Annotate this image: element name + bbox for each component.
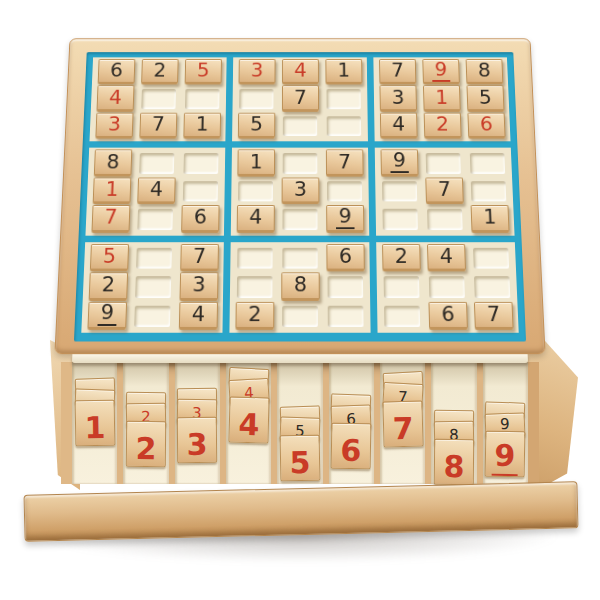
tile-digit: 9 xyxy=(432,61,451,82)
cell-r7c3[interactable]: 7 xyxy=(178,246,220,271)
tile-digit: 8 xyxy=(443,449,464,484)
tile-stack-8: 88 xyxy=(434,410,474,485)
cell-r7c7[interactable]: 2 xyxy=(380,246,422,271)
tile-digit: 4 xyxy=(392,115,405,134)
cell-r6c1[interactable]: 7 xyxy=(90,207,132,232)
tile-2[interactable]: 2 xyxy=(235,301,274,329)
tile-2[interactable]: 2 xyxy=(141,59,179,85)
tile-5[interactable]: 5 xyxy=(467,86,505,112)
tile-digit: 1 xyxy=(337,62,350,80)
cell-recess xyxy=(470,153,505,173)
tile-digit: 2 xyxy=(101,275,115,295)
tile-1[interactable]: 1 xyxy=(93,177,132,204)
cell-r5c4[interactable] xyxy=(235,179,276,203)
tile-digit: 3 xyxy=(392,89,405,108)
cell-r3c7[interactable]: 4 xyxy=(378,114,419,138)
tile-digit: 5 xyxy=(289,445,310,480)
cell-r9c7[interactable] xyxy=(381,303,423,328)
tile-digit: 6 xyxy=(480,115,493,134)
tile-6[interactable]: 6 xyxy=(326,244,364,272)
cell-r8c7[interactable] xyxy=(381,274,423,299)
tile-digit: 9 xyxy=(336,207,355,229)
board-box-5: 17349 xyxy=(231,148,369,235)
cell-r8c5[interactable]: 8 xyxy=(279,274,320,299)
tile-stack-2: 22 xyxy=(126,392,166,467)
tile-digit: 7 xyxy=(438,180,451,199)
tile-4[interactable]: 4 xyxy=(282,59,319,85)
tile-digit: 1 xyxy=(196,115,209,134)
cell-r5c7[interactable] xyxy=(379,179,420,203)
tile-digit: 9 xyxy=(390,151,409,173)
tile-stack-3: 33 xyxy=(177,388,217,463)
cell-recess xyxy=(427,209,463,230)
tile-digit: 5 xyxy=(250,115,263,134)
tile-digit: 9 xyxy=(491,438,519,476)
tile-digit: 6 xyxy=(441,305,455,325)
cell-r9c2[interactable] xyxy=(131,303,173,328)
cell-recess xyxy=(382,181,417,202)
tile-digit: 6 xyxy=(194,208,207,227)
cell-r2c4[interactable] xyxy=(236,87,276,110)
tile-stack-6: 66 xyxy=(331,394,371,469)
cell-recess xyxy=(328,305,364,327)
cell-r1c5[interactable]: 4 xyxy=(280,61,320,84)
cell-r1c3[interactable]: 5 xyxy=(183,61,223,84)
spare-tile-front-6[interactable]: 6 xyxy=(331,423,372,470)
tile-4[interactable]: 4 xyxy=(96,86,134,112)
drawer-slot-8[interactable]: 88 xyxy=(431,362,476,484)
drawer-slot-1[interactable]: 1 xyxy=(72,362,117,484)
cell-r1c6[interactable]: 1 xyxy=(324,61,364,84)
cell-recess xyxy=(134,305,170,327)
cell-r5c8[interactable]: 7 xyxy=(423,179,464,203)
cell-recess xyxy=(328,276,364,297)
tile-stack-4: 44 xyxy=(229,368,269,443)
tile-2[interactable]: 2 xyxy=(89,272,128,300)
cell-r5c6[interactable] xyxy=(324,179,365,203)
cell-r2c7[interactable]: 3 xyxy=(378,87,418,110)
spare-tile-front-4[interactable]: 4 xyxy=(228,396,269,443)
tile-digit: 1 xyxy=(105,180,119,199)
drawer-slot-4[interactable]: 44 xyxy=(226,362,271,484)
tile-digit: 5 xyxy=(479,89,492,108)
cell-r3c8[interactable]: 2 xyxy=(422,114,463,138)
tile-9[interactable]: 9 xyxy=(422,59,460,85)
tile-digit: 2 xyxy=(153,62,166,80)
cell-r9c8[interactable]: 6 xyxy=(427,303,469,328)
cell-recess xyxy=(139,153,174,173)
tile-3[interactable]: 3 xyxy=(179,272,218,300)
drawer-slots: 12233445566778899 xyxy=(72,362,528,484)
tile-3[interactable]: 3 xyxy=(282,177,320,204)
cell-recess xyxy=(426,153,461,173)
tile-digit: 7 xyxy=(152,115,165,134)
cell-r9c9[interactable]: 7 xyxy=(472,303,515,328)
tile-drawer[interactable]: 12233445566778899 xyxy=(61,362,539,484)
tile-digit: 6 xyxy=(339,247,352,267)
drawer-slot-2[interactable]: 22 xyxy=(123,362,168,484)
cell-r8c8[interactable] xyxy=(426,274,468,299)
cell-r4c5[interactable] xyxy=(280,152,320,176)
cell-r3c6[interactable] xyxy=(324,114,364,138)
tile-1[interactable]: 1 xyxy=(183,113,221,139)
drawer-slot-3[interactable]: 33 xyxy=(175,362,220,484)
cell-r6c9[interactable]: 1 xyxy=(469,207,511,232)
cell-r7c1[interactable]: 5 xyxy=(88,246,130,271)
cell-r5c5[interactable]: 3 xyxy=(280,179,321,203)
cell-r2c6[interactable] xyxy=(324,87,364,110)
tile-7[interactable]: 7 xyxy=(474,301,514,329)
cell-recess xyxy=(282,305,318,327)
tile-3[interactable]: 3 xyxy=(95,113,133,139)
cell-r4c9[interactable] xyxy=(467,152,508,176)
cell-r6c8[interactable] xyxy=(424,207,466,232)
tile-digit: 1 xyxy=(250,153,263,172)
tile-5[interactable]: 5 xyxy=(185,59,222,85)
cell-recess xyxy=(183,181,218,202)
tile-digit: 7 xyxy=(104,208,118,227)
cell-recess xyxy=(282,209,317,230)
cell-r8c3[interactable]: 3 xyxy=(178,274,220,299)
cell-recess xyxy=(327,181,362,202)
tile-9[interactable]: 9 xyxy=(381,150,419,177)
tile-digit: 6 xyxy=(110,62,123,80)
tile-8[interactable]: 8 xyxy=(466,59,504,85)
cell-r2c9[interactable]: 5 xyxy=(465,87,506,110)
tile-5[interactable]: 5 xyxy=(238,113,275,139)
cell-r9c4[interactable]: 2 xyxy=(233,303,275,328)
cell-recess xyxy=(471,181,507,202)
tile-4[interactable]: 4 xyxy=(380,113,418,139)
tile-digit: 4 xyxy=(192,305,206,325)
tile-8[interactable]: 8 xyxy=(94,150,132,177)
cell-recess xyxy=(237,276,273,297)
cell-recess xyxy=(382,209,417,230)
cell-r7c4[interactable] xyxy=(234,246,275,271)
tile-digit: 2 xyxy=(395,247,408,267)
tile-7[interactable]: 7 xyxy=(379,59,416,85)
tile-digit: 2 xyxy=(436,115,449,134)
cell-recess xyxy=(384,305,420,327)
cell-r4c1[interactable]: 8 xyxy=(92,152,133,176)
cell-recess xyxy=(136,248,172,269)
tile-digit: 1 xyxy=(84,410,105,445)
cell-r3c2[interactable]: 7 xyxy=(137,114,178,138)
board-box-7: 572394 xyxy=(81,242,224,333)
board-box-2: 34175 xyxy=(232,57,368,141)
cell-r5c3[interactable] xyxy=(180,179,221,203)
cell-recess xyxy=(137,209,173,230)
cell-r2c5[interactable]: 7 xyxy=(280,87,320,110)
tile-6[interactable]: 6 xyxy=(428,301,467,329)
tile-7[interactable]: 7 xyxy=(91,205,130,232)
spare-tile-front-3[interactable]: 3 xyxy=(177,417,217,463)
cell-r9c1[interactable]: 9 xyxy=(85,303,128,328)
tile-3[interactable]: 3 xyxy=(239,59,276,85)
tile-digit: 4 xyxy=(109,89,122,108)
tile-digit: 8 xyxy=(478,62,491,80)
tile-7[interactable]: 7 xyxy=(425,177,463,204)
cell-recess xyxy=(237,248,272,269)
cell-recess xyxy=(384,276,420,297)
tile-digit: 7 xyxy=(487,305,501,325)
tile-digit: 7 xyxy=(193,247,206,267)
tile-3[interactable]: 3 xyxy=(379,86,417,112)
tile-5[interactable]: 5 xyxy=(90,244,129,272)
tile-digit: 2 xyxy=(135,431,156,466)
cell-r6c4[interactable]: 4 xyxy=(235,207,276,232)
cell-r5c1[interactable]: 1 xyxy=(91,179,133,203)
spare-tile-front-8[interactable]: 8 xyxy=(434,439,474,485)
cell-recess xyxy=(135,276,171,297)
board-front-rim xyxy=(72,354,528,363)
cell-r7c2[interactable] xyxy=(133,246,175,271)
tile-digit: 6 xyxy=(340,433,361,468)
tile-9[interactable]: 9 xyxy=(326,205,364,232)
spare-tile-front-1[interactable]: 1 xyxy=(74,400,115,447)
drawer-slot-6[interactable]: 66 xyxy=(329,362,374,484)
cell-r4c3[interactable] xyxy=(181,152,222,176)
cell-recess xyxy=(474,276,510,297)
cell-r8c6[interactable] xyxy=(325,274,367,299)
board-box-1: 6254371 xyxy=(89,57,226,141)
cell-r4c2[interactable] xyxy=(136,152,177,176)
cell-r6c2[interactable] xyxy=(134,207,176,232)
tile-1[interactable]: 1 xyxy=(325,59,362,85)
tile-7[interactable]: 7 xyxy=(282,86,319,112)
cell-recess xyxy=(238,181,273,202)
cell-recess xyxy=(141,89,176,109)
board-box-4: 81476 xyxy=(85,148,225,235)
tile-digit: 8 xyxy=(106,153,120,172)
tile-digit: 8 xyxy=(294,275,307,295)
tile-stack-5: 55 xyxy=(280,406,320,481)
cell-r2c2[interactable] xyxy=(138,87,179,110)
tile-digit: 4 xyxy=(440,247,454,267)
board-box-6: 971 xyxy=(375,148,515,235)
board-frame: 6254371341757983154268147617349971572394… xyxy=(54,38,545,354)
tile-2[interactable]: 2 xyxy=(382,244,421,272)
tile-digit: 3 xyxy=(108,115,121,134)
cell-r7c6[interactable]: 6 xyxy=(324,246,365,271)
tile-digit: 3 xyxy=(192,275,206,295)
cell-r4c7[interactable]: 9 xyxy=(379,152,420,176)
cell-r1c1[interactable]: 6 xyxy=(96,61,137,84)
cell-r5c9[interactable] xyxy=(468,179,510,203)
tile-4[interactable]: 4 xyxy=(427,244,466,272)
tile-7[interactable]: 7 xyxy=(139,113,177,139)
tile-digit: 4 xyxy=(294,62,307,80)
tile-digit: 3 xyxy=(187,427,208,462)
cell-r4c8[interactable] xyxy=(423,152,464,176)
cell-r5c2[interactable]: 4 xyxy=(135,179,176,203)
cell-r8c2[interactable] xyxy=(132,274,174,299)
tile-stack-1: 1 xyxy=(75,378,115,446)
cell-r1c9[interactable]: 8 xyxy=(464,61,505,84)
cell-recess xyxy=(327,89,361,109)
spare-tile-front-5[interactable]: 5 xyxy=(280,435,321,482)
cell-recess xyxy=(473,248,509,269)
tile-6[interactable]: 6 xyxy=(467,113,505,139)
tile-digit: 9 xyxy=(97,303,117,326)
tile-digit: 1 xyxy=(435,89,448,108)
cell-r7c5[interactable] xyxy=(279,246,320,271)
tile-digit: 5 xyxy=(197,62,210,80)
tile-digit: 3 xyxy=(251,62,264,80)
tile-digit: 2 xyxy=(248,305,261,325)
board: 6254371341757983154268147617349971572394… xyxy=(74,52,526,341)
tile-6[interactable]: 6 xyxy=(98,59,136,85)
tile-digit: 4 xyxy=(249,208,262,227)
tile-digit: 7 xyxy=(392,411,414,446)
drawer-slot-9[interactable]: 99 xyxy=(483,362,528,484)
cell-recess xyxy=(327,116,362,136)
cell-r7c9[interactable] xyxy=(470,246,512,271)
cell-r3c4[interactable]: 5 xyxy=(236,114,276,138)
cell-r7c8[interactable]: 4 xyxy=(425,246,467,271)
spare-tile-front-7[interactable]: 7 xyxy=(382,400,423,447)
tile-4[interactable]: 4 xyxy=(137,177,175,204)
spare-tile-front-2[interactable]: 2 xyxy=(126,421,166,467)
cell-recess xyxy=(429,276,465,297)
cell-recess xyxy=(283,153,318,173)
tile-9[interactable]: 9 xyxy=(87,301,127,329)
cell-r6c5[interactable] xyxy=(280,207,321,232)
cell-recess xyxy=(183,153,218,173)
cell-r3c5[interactable] xyxy=(280,114,320,138)
cell-r8c9[interactable] xyxy=(471,274,513,299)
cell-r3c9[interactable]: 6 xyxy=(466,114,507,138)
tile-digit: 7 xyxy=(391,62,404,80)
cell-r4c6[interactable]: 7 xyxy=(324,152,365,176)
cell-r1c4[interactable]: 3 xyxy=(237,61,277,84)
tile-2[interactable]: 2 xyxy=(424,113,462,139)
board-box-8: 682 xyxy=(229,242,370,333)
tile-1[interactable]: 1 xyxy=(237,150,275,177)
cell-r9c5[interactable] xyxy=(279,303,321,328)
cell-r1c7[interactable]: 7 xyxy=(377,61,417,84)
sudoku-board-assembly: 6254371341757983154268147617349971572394… xyxy=(54,38,546,363)
cell-r1c8[interactable]: 9 xyxy=(420,61,460,84)
cell-r2c8[interactable]: 1 xyxy=(421,87,462,110)
drawer-slot-5[interactable]: 55 xyxy=(277,362,322,484)
spare-tile-front-9[interactable]: 9 xyxy=(485,431,526,478)
tile-stack-7: 77 xyxy=(383,372,423,447)
tile-1[interactable]: 1 xyxy=(471,205,510,232)
board-box-3: 798315426 xyxy=(373,57,510,141)
cell-r8c4[interactable] xyxy=(234,274,276,299)
tile-1[interactable]: 1 xyxy=(423,86,461,112)
cell-r6c6[interactable]: 9 xyxy=(324,207,365,232)
tile-digit: 7 xyxy=(338,153,351,172)
tile-digit: 3 xyxy=(294,180,307,199)
tile-8[interactable]: 8 xyxy=(281,272,320,300)
drawer-slot-7[interactable]: 77 xyxy=(380,362,425,484)
tile-digit: 4 xyxy=(150,180,163,199)
tile-4[interactable]: 4 xyxy=(179,301,218,329)
cell-r3c1[interactable]: 3 xyxy=(93,114,134,138)
tile-4[interactable]: 4 xyxy=(237,205,275,232)
cell-recess xyxy=(239,89,273,109)
tile-7[interactable]: 7 xyxy=(326,150,364,177)
product-photo: 6254371341757983154268147617349971572394… xyxy=(0,0,600,600)
cell-r2c3[interactable] xyxy=(182,87,222,110)
cell-r4c4[interactable]: 1 xyxy=(235,152,276,176)
cell-r3c3[interactable]: 1 xyxy=(181,114,222,138)
cell-r6c7[interactable] xyxy=(380,207,421,232)
tile-digit: 7 xyxy=(294,89,307,108)
board-box-9: 2467 xyxy=(376,242,519,333)
cell-r9c3[interactable]: 4 xyxy=(177,303,219,328)
tile-6[interactable]: 6 xyxy=(181,205,219,232)
cell-r8c1[interactable]: 2 xyxy=(87,274,129,299)
tile-7[interactable]: 7 xyxy=(180,244,219,272)
cell-r9c6[interactable] xyxy=(325,303,367,328)
cell-recess xyxy=(283,116,317,136)
cell-r1c2[interactable]: 2 xyxy=(139,61,179,84)
cell-r6c3[interactable]: 6 xyxy=(179,207,220,232)
cell-recess xyxy=(185,89,220,109)
tile-stack-9: 99 xyxy=(485,402,525,477)
tile-digit: 5 xyxy=(103,247,117,267)
tile-digit: 4 xyxy=(238,407,260,442)
cell-recess xyxy=(282,248,317,269)
tile-digit: 1 xyxy=(483,208,497,227)
cell-r2c1[interactable]: 4 xyxy=(95,87,136,110)
